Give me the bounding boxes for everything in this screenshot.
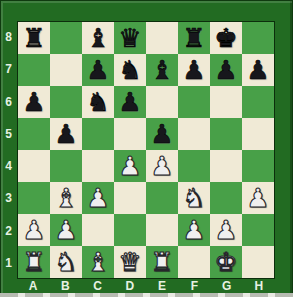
black-rook-f8: ♜ (182, 23, 205, 53)
square-g7: ♟ (210, 54, 242, 86)
square-d8: ♛ (114, 22, 146, 54)
black-pawn-b5: ♟ (54, 119, 77, 149)
black-knight-d7: ♞ (118, 55, 141, 85)
rank-label-7: 7 (0, 53, 17, 85)
square-e5: ♟ (146, 118, 178, 150)
black-knight-c6: ♞ (86, 87, 109, 117)
square-g1: ♚ (210, 246, 242, 278)
square-g8: ♚ (210, 22, 242, 54)
black-pawn-f7: ♟ (182, 55, 205, 85)
square-e2 (146, 214, 178, 246)
square-d4: ♟ (114, 150, 146, 182)
square-a6: ♟ (18, 86, 50, 118)
white-rook-e1: ♜ (150, 247, 173, 277)
white-pawn-h3: ♟ (246, 183, 269, 213)
square-c8: ♝ (82, 22, 114, 54)
rank-label-3: 3 (0, 182, 17, 214)
black-pawn-g7: ♟ (214, 55, 237, 85)
square-f7: ♟ (178, 54, 210, 86)
square-b2: ♟ (50, 214, 82, 246)
square-f8: ♜ (178, 22, 210, 54)
file-label-a: A (17, 278, 49, 293)
square-b1: ♞ (50, 246, 82, 278)
bottom-strip (0, 293, 293, 297)
white-pawn-c3: ♟ (86, 183, 109, 213)
square-a5 (18, 118, 50, 150)
square-h8 (242, 22, 274, 54)
square-c3: ♟ (82, 182, 114, 214)
square-d6: ♟ (114, 86, 146, 118)
square-b7 (50, 54, 82, 86)
square-c2 (82, 214, 114, 246)
rank-label-4: 4 (0, 150, 17, 182)
square-a4 (18, 150, 50, 182)
file-labels: ABCDEFGH (17, 278, 275, 293)
black-pawn-e5: ♟ (150, 119, 173, 149)
white-knight-f3: ♞ (182, 183, 205, 213)
square-a8: ♜ (18, 22, 50, 54)
square-d5 (114, 118, 146, 150)
rank-label-8: 8 (0, 21, 17, 53)
white-pawn-g2: ♟ (214, 215, 237, 245)
square-h4 (242, 150, 274, 182)
square-b4 (50, 150, 82, 182)
square-h1 (242, 246, 274, 278)
square-a3 (18, 182, 50, 214)
white-pawn-f2: ♟ (182, 215, 205, 245)
file-label-b: B (49, 278, 81, 293)
square-g6 (210, 86, 242, 118)
square-d1: ♛ (114, 246, 146, 278)
rank-labels: 87654321 (0, 21, 17, 279)
white-bishop-b3: ♝ (54, 183, 77, 213)
white-knight-b1: ♞ (54, 247, 77, 277)
square-f5 (178, 118, 210, 150)
square-h6 (242, 86, 274, 118)
square-b8 (50, 22, 82, 54)
chess-board: ♜♝♛♜♚♟♞♝♟♟♟♟♞♟♟♟♟♟♝♟♞♟♟♟♟♟♜♞♝♛♜♚ (17, 21, 275, 279)
black-pawn-c7: ♟ (86, 55, 109, 85)
white-pawn-b2: ♟ (54, 215, 77, 245)
black-king-g8: ♚ (214, 23, 237, 53)
square-c7: ♟ (82, 54, 114, 86)
rank-label-2: 2 (0, 215, 17, 247)
square-a2: ♟ (18, 214, 50, 246)
square-h7: ♟ (242, 54, 274, 86)
square-c4 (82, 150, 114, 182)
square-d2 (114, 214, 146, 246)
square-c6: ♞ (82, 86, 114, 118)
square-g5 (210, 118, 242, 150)
square-e7: ♝ (146, 54, 178, 86)
square-e1: ♜ (146, 246, 178, 278)
rank-label-6: 6 (0, 86, 17, 118)
white-king-g1: ♚ (214, 247, 237, 277)
square-g2: ♟ (210, 214, 242, 246)
file-label-e: E (146, 278, 178, 293)
square-f1 (178, 246, 210, 278)
square-e8 (146, 22, 178, 54)
square-g4 (210, 150, 242, 182)
square-d7: ♞ (114, 54, 146, 86)
square-h3: ♟ (242, 182, 274, 214)
square-b5: ♟ (50, 118, 82, 150)
square-g3 (210, 182, 242, 214)
black-queen-d8: ♛ (118, 23, 141, 53)
square-f4 (178, 150, 210, 182)
square-e3 (146, 182, 178, 214)
square-f2: ♟ (178, 214, 210, 246)
rank-label-1: 1 (0, 247, 17, 279)
square-d3 (114, 182, 146, 214)
white-pawn-e4: ♟ (150, 151, 173, 181)
square-h5 (242, 118, 274, 150)
black-bishop-c8: ♝ (86, 23, 109, 53)
rank-label-5: 5 (0, 118, 17, 150)
white-pawn-d4: ♟ (118, 151, 141, 181)
white-rook-a1: ♜ (22, 247, 45, 277)
square-e6 (146, 86, 178, 118)
file-label-c: C (82, 278, 114, 293)
file-label-d: D (114, 278, 146, 293)
file-label-h: H (243, 278, 275, 293)
black-bishop-e7: ♝ (150, 55, 173, 85)
white-queen-d1: ♛ (118, 247, 141, 277)
file-label-f: F (178, 278, 210, 293)
square-h2 (242, 214, 274, 246)
square-c1: ♝ (82, 246, 114, 278)
square-f3: ♞ (178, 182, 210, 214)
black-pawn-a6: ♟ (22, 87, 45, 117)
black-pawn-h7: ♟ (246, 55, 269, 85)
square-b6 (50, 86, 82, 118)
square-b3: ♝ (50, 182, 82, 214)
white-pawn-a2: ♟ (22, 215, 45, 245)
square-a1: ♜ (18, 246, 50, 278)
square-e4: ♟ (146, 150, 178, 182)
black-rook-a8: ♜ (22, 23, 45, 53)
square-f6 (178, 86, 210, 118)
white-bishop-c1: ♝ (86, 247, 109, 277)
black-pawn-d6: ♟ (118, 87, 141, 117)
square-a7 (18, 54, 50, 86)
file-label-g: G (211, 278, 243, 293)
square-c5 (82, 118, 114, 150)
chess-diagram: 87654321 ♜♝♛♜♚♟♞♝♟♟♟♟♞♟♟♟♟♟♝♟♞♟♟♟♟♟♜♞♝♛♜… (0, 0, 293, 297)
